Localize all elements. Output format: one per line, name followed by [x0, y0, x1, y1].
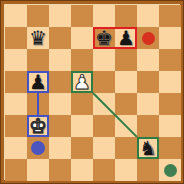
- square-d7[interactable]: [71, 27, 93, 49]
- board-frame: ♛♚♟♟♟♚♞: [0, 0, 184, 184]
- square-h3[interactable]: [159, 115, 181, 137]
- square-a7[interactable]: [5, 27, 27, 49]
- square-f7[interactable]: ♟: [115, 27, 137, 49]
- square-c7[interactable]: [49, 27, 71, 49]
- piece-black-pawn-b5[interactable]: ♟: [27, 71, 49, 93]
- square-h5[interactable]: [159, 71, 181, 93]
- square-d8[interactable]: [71, 5, 93, 27]
- square-a8[interactable]: [5, 5, 27, 27]
- square-b3[interactable]: ♚: [27, 115, 49, 137]
- square-a1[interactable]: [5, 159, 27, 181]
- square-h6[interactable]: [159, 49, 181, 71]
- square-h8[interactable]: [159, 5, 181, 27]
- square-e2[interactable]: [93, 137, 115, 159]
- square-b2[interactable]: [27, 137, 49, 159]
- piece-black-queen-b7[interactable]: ♛: [27, 27, 49, 49]
- square-a6[interactable]: [5, 49, 27, 71]
- square-b1[interactable]: [27, 159, 49, 181]
- square-g8[interactable]: [137, 5, 159, 27]
- square-b8[interactable]: [27, 5, 49, 27]
- square-d3[interactable]: [71, 115, 93, 137]
- piece-white-pawn-d5[interactable]: ♟: [71, 71, 93, 93]
- square-h7[interactable]: [159, 27, 181, 49]
- square-c2[interactable]: [49, 137, 71, 159]
- square-g5[interactable]: [137, 71, 159, 93]
- square-f6[interactable]: [115, 49, 137, 71]
- square-g6[interactable]: [137, 49, 159, 71]
- square-g2[interactable]: ♞: [137, 137, 159, 159]
- square-a2[interactable]: [5, 137, 27, 159]
- square-a3[interactable]: [5, 115, 27, 137]
- square-d1[interactable]: [71, 159, 93, 181]
- square-e6[interactable]: [93, 49, 115, 71]
- square-e5[interactable]: [93, 71, 115, 93]
- square-c1[interactable]: [49, 159, 71, 181]
- square-f4[interactable]: [115, 93, 137, 115]
- square-b5[interactable]: ♟: [27, 71, 49, 93]
- piece-black-pawn-f7[interactable]: ♟: [115, 27, 137, 49]
- square-e8[interactable]: [93, 5, 115, 27]
- square-b4[interactable]: [27, 93, 49, 115]
- square-h4[interactable]: [159, 93, 181, 115]
- square-f3[interactable]: [115, 115, 137, 137]
- square-h2[interactable]: [159, 137, 181, 159]
- square-g3[interactable]: [137, 115, 159, 137]
- square-e3[interactable]: [93, 115, 115, 137]
- piece-black-king-e7[interactable]: ♚: [93, 27, 115, 49]
- square-g1[interactable]: [137, 159, 159, 181]
- square-f2[interactable]: [115, 137, 137, 159]
- square-b7[interactable]: ♛: [27, 27, 49, 49]
- square-d6[interactable]: [71, 49, 93, 71]
- square-f1[interactable]: [115, 159, 137, 181]
- square-e1[interactable]: [93, 159, 115, 181]
- square-b6[interactable]: [27, 49, 49, 71]
- square-h1[interactable]: [159, 159, 181, 181]
- square-d4[interactable]: [71, 93, 93, 115]
- square-d2[interactable]: [71, 137, 93, 159]
- chess-board: ♛♚♟♟♟♚♞: [5, 5, 181, 181]
- piece-white-king-b3[interactable]: ♚: [27, 115, 49, 137]
- square-c3[interactable]: [49, 115, 71, 137]
- square-e7[interactable]: ♚: [93, 27, 115, 49]
- square-a4[interactable]: [5, 93, 27, 115]
- square-f5[interactable]: [115, 71, 137, 93]
- square-f8[interactable]: [115, 5, 137, 27]
- square-c5[interactable]: [49, 71, 71, 93]
- square-d5[interactable]: ♟: [71, 71, 93, 93]
- square-c6[interactable]: [49, 49, 71, 71]
- square-c4[interactable]: [49, 93, 71, 115]
- square-c8[interactable]: [49, 5, 71, 27]
- square-g4[interactable]: [137, 93, 159, 115]
- square-a5[interactable]: [5, 71, 27, 93]
- piece-black-knight-g2[interactable]: ♞: [137, 137, 159, 159]
- square-g7[interactable]: [137, 27, 159, 49]
- square-e4[interactable]: [93, 93, 115, 115]
